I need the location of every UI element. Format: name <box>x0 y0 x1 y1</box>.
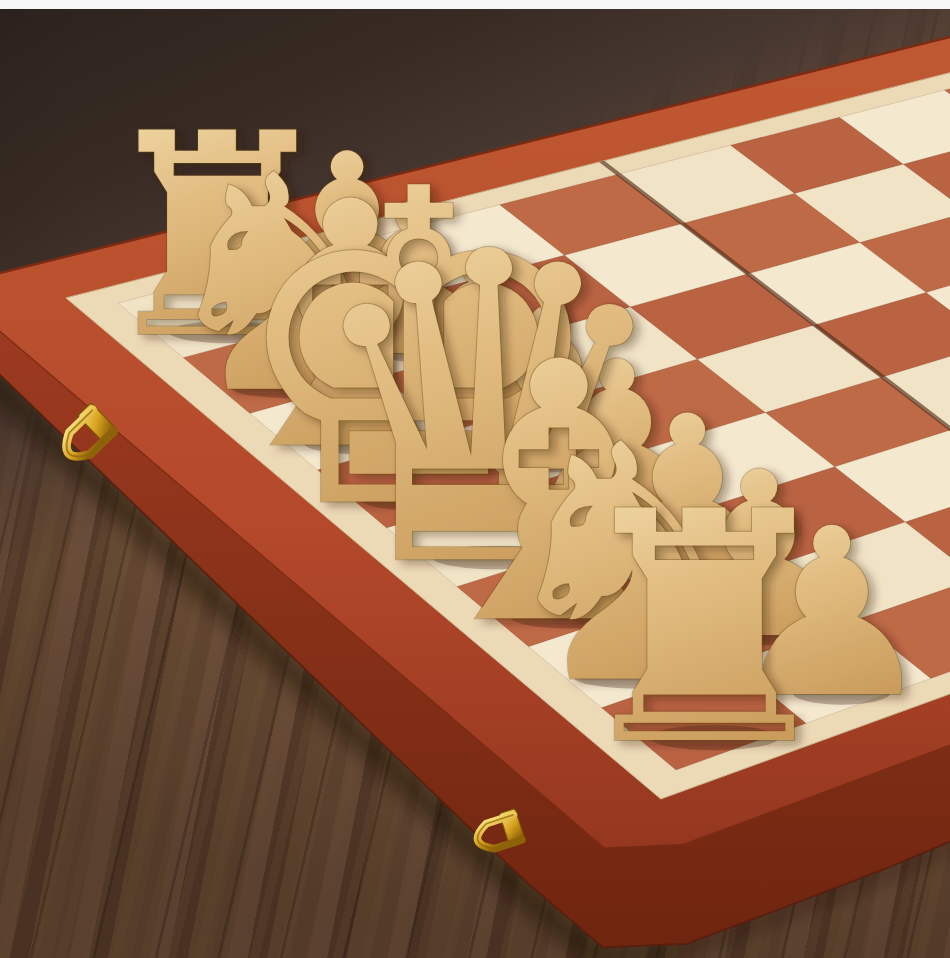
folding-chessboard-photo: ♟♜♟♞♟♝♟♚♟♛♟♝♟♞♟♜ <box>0 0 950 958</box>
top-white-strip <box>0 0 950 9</box>
chess-set-photo-scene: ♟♜♟♞♟♝♟♚♟♛♟♝♟♞♟♜ <box>0 0 950 958</box>
piece-white-rook-a1: ♜ <box>562 445 847 815</box>
